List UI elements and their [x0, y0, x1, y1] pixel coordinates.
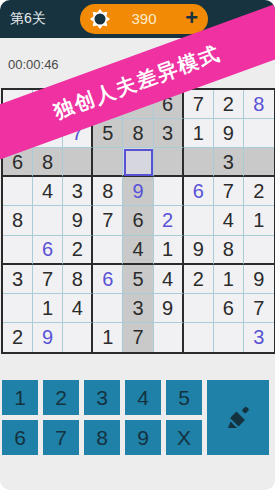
cell-r4c9[interactable]: 2: [244, 177, 274, 206]
cell-r3c8[interactable]: 3: [214, 148, 244, 177]
cell-r2c6[interactable]: 3: [154, 119, 184, 148]
key-5[interactable]: 5: [166, 380, 202, 415]
cell-r8c2[interactable]: 1: [33, 294, 63, 323]
cell-r5c2[interactable]: [33, 206, 63, 235]
cell-r7c5[interactable]: 5: [123, 265, 153, 294]
key-9[interactable]: 9: [125, 420, 161, 455]
cell-r1c9[interactable]: 8: [244, 90, 274, 119]
cell-r8c9[interactable]: 7: [244, 294, 274, 323]
cell-r4c7[interactable]: 6: [184, 177, 214, 206]
cell-r6c6[interactable]: 1: [154, 236, 184, 265]
cell-r6c7[interactable]: 9: [184, 236, 214, 265]
cell-r5c3[interactable]: 9: [63, 206, 93, 235]
cell-r9c7[interactable]: [184, 323, 214, 352]
cell-r4c2[interactable]: 4: [33, 177, 63, 206]
cell-r7c4[interactable]: 6: [93, 265, 123, 294]
cell-r3c5[interactable]: [123, 148, 153, 177]
cell-r6c1[interactable]: [3, 236, 33, 265]
key-6[interactable]: 6: [2, 420, 38, 455]
cell-r9c2[interactable]: 9: [33, 323, 63, 352]
timer-label: 00:00:46: [8, 57, 59, 72]
cell-r2c9[interactable]: [244, 119, 274, 148]
cell-r7c1[interactable]: 3: [3, 265, 33, 294]
cell-r8c5[interactable]: 3: [123, 294, 153, 323]
cell-r4c5[interactable]: 9: [123, 177, 153, 206]
cell-r8c8[interactable]: 6: [214, 294, 244, 323]
cell-r3c2[interactable]: 8: [33, 148, 63, 177]
cell-r6c5[interactable]: 4: [123, 236, 153, 265]
cell-r5c6[interactable]: 2: [154, 206, 184, 235]
coin-counter[interactable]: 390 +: [80, 4, 208, 34]
pencil-icon: [221, 401, 255, 435]
cell-r6c8[interactable]: 8: [214, 236, 244, 265]
cell-r6c4[interactable]: [93, 236, 123, 265]
cell-r4c6[interactable]: [154, 177, 184, 206]
cell-r4c8[interactable]: 7: [214, 177, 244, 206]
cell-r1c8[interactable]: 2: [214, 90, 244, 119]
cell-r9c5[interactable]: 7: [123, 323, 153, 352]
key-4[interactable]: 4: [125, 380, 161, 415]
key-8[interactable]: 8: [84, 420, 120, 455]
cell-r5c5[interactable]: 6: [123, 206, 153, 235]
cell-r3c9[interactable]: [244, 148, 274, 177]
cell-r7c8[interactable]: 1: [214, 265, 244, 294]
key-3[interactable]: 3: [84, 380, 120, 415]
pencil-button[interactable]: [207, 380, 269, 455]
cell-r3c4[interactable]: [93, 148, 123, 177]
cell-r7c2[interactable]: 7: [33, 265, 63, 294]
cell-r9c6[interactable]: [154, 323, 184, 352]
cell-r7c9[interactable]: 9: [244, 265, 274, 294]
add-coins-button[interactable]: +: [185, 5, 198, 31]
cell-r4c1[interactable]: [3, 177, 33, 206]
cell-r7c6[interactable]: 4: [154, 265, 184, 294]
cell-r6c9[interactable]: [244, 236, 274, 265]
cell-r2c8[interactable]: 9: [214, 119, 244, 148]
cell-r5c4[interactable]: 7: [93, 206, 123, 235]
cell-r5c7[interactable]: [184, 206, 214, 235]
cell-r3c7[interactable]: [184, 148, 214, 177]
app-screen: 第6关 390 + 00:00:46 672827583196834389672…: [0, 0, 275, 490]
cell-r6c2[interactable]: 6: [33, 236, 63, 265]
cell-r6c3[interactable]: 2: [63, 236, 93, 265]
cell-r2c5[interactable]: 8: [123, 119, 153, 148]
key-x[interactable]: X: [166, 420, 202, 455]
cell-r9c3[interactable]: [63, 323, 93, 352]
cell-r7c3[interactable]: 8: [63, 265, 93, 294]
cell-r5c1[interactable]: 8: [3, 206, 33, 235]
key-7[interactable]: 7: [43, 420, 79, 455]
key-2[interactable]: 2: [43, 380, 79, 415]
cell-r3c3[interactable]: [63, 148, 93, 177]
cell-r4c3[interactable]: 3: [63, 177, 93, 206]
cell-r2c7[interactable]: 1: [184, 119, 214, 148]
cell-r1c7[interactable]: 7: [184, 90, 214, 119]
cell-r8c4[interactable]: [93, 294, 123, 323]
cell-r8c7[interactable]: [184, 294, 214, 323]
cell-r8c6[interactable]: 9: [154, 294, 184, 323]
cell-r9c9[interactable]: 3: [244, 323, 274, 352]
cell-r5c9[interactable]: 1: [244, 206, 274, 235]
cell-r4c4[interactable]: 8: [93, 177, 123, 206]
cell-r3c6[interactable]: [154, 148, 184, 177]
cell-r9c4[interactable]: 1: [93, 323, 123, 352]
cell-r9c8[interactable]: [214, 323, 244, 352]
cell-r7c7[interactable]: 2: [184, 265, 214, 294]
number-pad-keys: 123456789X: [2, 380, 203, 455]
cell-r5c8[interactable]: 4: [214, 206, 244, 235]
level-label: 第6关: [10, 10, 46, 28]
cell-r8c3[interactable]: 4: [63, 294, 93, 323]
cell-r9c1[interactable]: 2: [3, 323, 33, 352]
cell-r8c1[interactable]: [3, 294, 33, 323]
key-1[interactable]: 1: [2, 380, 38, 415]
